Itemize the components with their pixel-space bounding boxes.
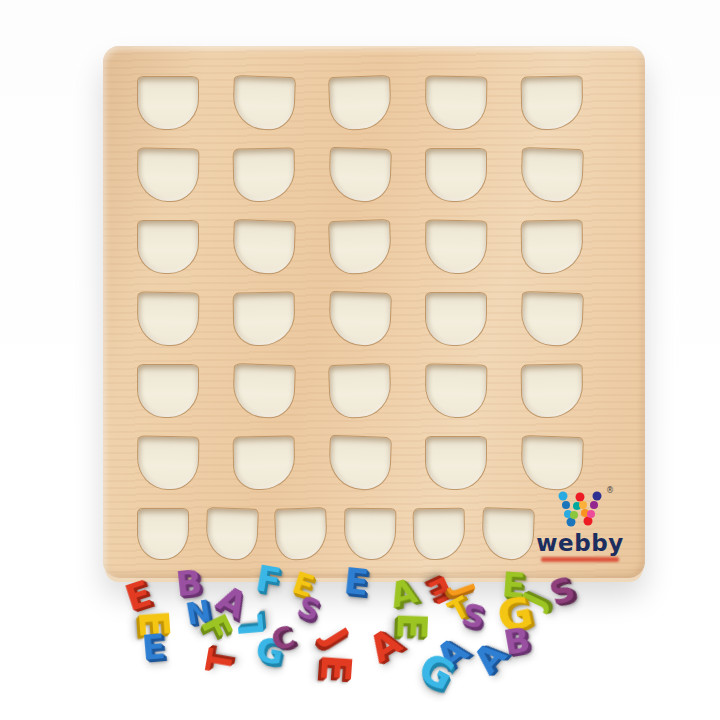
registered-trademark: ® (606, 486, 614, 495)
wooden-letter[interactable]: E (315, 653, 357, 683)
letter-slot[interactable] (137, 147, 200, 202)
letter-slot[interactable] (137, 508, 189, 560)
letter-slot[interactable] (233, 291, 296, 346)
letter-slot[interactable] (521, 219, 584, 274)
letter-slot[interactable] (233, 147, 296, 202)
letter-slot[interactable] (233, 435, 296, 490)
letter-slot[interactable] (425, 436, 487, 490)
wooden-letter[interactable]: G (413, 647, 461, 698)
logo-tagline (541, 557, 619, 562)
letter-slot[interactable] (520, 435, 584, 491)
wooden-letter[interactable]: T (201, 647, 239, 676)
letter-slot[interactable] (425, 363, 488, 418)
letter-slot[interactable] (232, 363, 296, 419)
slot-row (137, 148, 583, 200)
letter-slot[interactable] (232, 219, 296, 275)
letter-slot[interactable] (344, 508, 397, 561)
slot-row (137, 364, 583, 416)
slot-row (137, 76, 583, 128)
wooden-letter[interactable]: F (253, 560, 283, 600)
letter-slot[interactable] (328, 219, 392, 275)
letter-slot[interactable] (274, 507, 328, 561)
letter-slot[interactable] (232, 75, 296, 131)
wooden-letter[interactable]: E (342, 563, 370, 601)
letter-slot[interactable] (137, 291, 200, 346)
letter-slot[interactable] (328, 363, 392, 419)
webby-w-mosaic-icon: ® (554, 489, 606, 533)
letter-slot[interactable] (521, 75, 584, 130)
webby-logo: ® webby (527, 489, 633, 562)
letter-slot[interactable] (328, 75, 392, 131)
letter-slot[interactable] (425, 148, 487, 202)
letter-slot[interactable] (328, 435, 392, 491)
slot-row (137, 436, 583, 488)
wooden-letter[interactable]: E (391, 612, 432, 641)
letter-slot[interactable] (137, 435, 200, 490)
letter-slot[interactable] (521, 363, 584, 418)
slot-row (137, 508, 583, 560)
letter-slot[interactable] (520, 291, 584, 347)
letter-slot[interactable] (205, 507, 259, 561)
letter-slot[interactable] (328, 291, 392, 347)
letter-slot[interactable] (520, 147, 584, 203)
letter-slot[interactable] (425, 292, 487, 346)
slot-row (137, 220, 583, 272)
puzzle-board: ® webby (103, 46, 645, 578)
letter-slot[interactable] (328, 147, 392, 203)
slot-grid (137, 76, 583, 580)
wooden-letter[interactable]: J (319, 623, 355, 652)
letter-slot[interactable] (137, 364, 199, 418)
letter-slot[interactable] (425, 219, 488, 274)
slot-row (137, 292, 583, 344)
letter-slot[interactable] (413, 508, 466, 561)
letter-slot[interactable] (137, 76, 199, 130)
wooden-letter[interactable]: E (141, 629, 167, 665)
brand-wordmark: webby (527, 533, 633, 553)
letter-slot[interactable] (425, 75, 488, 130)
letter-slot[interactable] (137, 220, 199, 274)
